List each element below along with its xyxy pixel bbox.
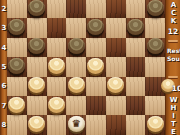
square-b8[interactable] (27, 115, 47, 134)
square-c4[interactable] (47, 38, 67, 57)
square-a7[interactable] (7, 96, 27, 115)
square-g6[interactable] (126, 77, 146, 96)
square-c3[interactable] (47, 18, 67, 37)
divider (168, 40, 178, 42)
square-d2[interactable] (66, 0, 86, 18)
square-f6[interactable] (106, 77, 126, 96)
square-f4[interactable] (106, 38, 126, 57)
square-c5[interactable] (47, 57, 67, 76)
square-d5[interactable] (66, 57, 86, 76)
square-h4[interactable] (145, 38, 165, 57)
square-e6[interactable] (86, 77, 106, 96)
square-b7[interactable] (27, 96, 47, 115)
row-label-8: 8 (1, 121, 7, 129)
square-b6[interactable] (27, 77, 47, 96)
black-man-b2[interactable] (28, 0, 45, 16)
square-a3[interactable] (7, 18, 27, 37)
vertical-letter: A (166, 1, 180, 9)
square-b2[interactable] (27, 0, 47, 18)
square-g7[interactable] (126, 96, 146, 115)
black-player-label: BLACK (166, 0, 180, 25)
row-label-2: 2 (1, 5, 7, 13)
square-b4[interactable] (27, 38, 47, 57)
white-player-label: WHITE (166, 96, 180, 135)
vertical-letter: E (166, 128, 180, 135)
vertical-letter: C (166, 9, 180, 17)
square-c8[interactable] (47, 115, 67, 134)
vertical-letter: K (166, 17, 180, 25)
square-e2[interactable] (86, 0, 106, 18)
square-a2[interactable] (7, 0, 27, 18)
white-man-f6[interactable] (107, 77, 124, 93)
square-h8[interactable] (145, 115, 165, 134)
square-f5[interactable] (106, 57, 126, 76)
square-d4[interactable] (66, 38, 86, 57)
square-c2[interactable] (47, 0, 67, 18)
square-f2[interactable] (106, 0, 126, 18)
square-e3[interactable] (86, 18, 106, 37)
square-d3[interactable] (66, 18, 86, 37)
square-d6[interactable] (66, 77, 86, 96)
vertical-letter: W (166, 96, 180, 104)
square-h7[interactable] (145, 96, 165, 115)
vertical-letter: T (166, 120, 180, 128)
square-b3[interactable] (27, 18, 47, 37)
square-g2[interactable] (126, 0, 146, 18)
vertical-letter: H (166, 104, 180, 112)
black-man-h4[interactable] (147, 38, 164, 54)
white-man-h8[interactable] (147, 116, 164, 132)
square-g8[interactable] (126, 115, 146, 134)
square-h3[interactable] (145, 18, 165, 37)
king-crown-icon: ♛ (68, 116, 85, 131)
square-g5[interactable] (126, 57, 146, 76)
black-man-e3[interactable] (87, 19, 104, 35)
white-man-b8[interactable] (28, 116, 45, 132)
vertical-letter: I (166, 112, 180, 120)
square-f7[interactable] (106, 96, 126, 115)
checkers-board: ♛ (7, 0, 165, 135)
white-man-d6[interactable] (68, 77, 85, 93)
row-label-4: 4 (1, 44, 7, 52)
divider (168, 76, 178, 78)
white-man-c7[interactable] (48, 97, 65, 113)
white-king-d8[interactable]: ♛ (68, 116, 85, 132)
square-f3[interactable] (106, 18, 126, 37)
sidebar: BLACK 12 Restart Sound 10 WHITE (165, 0, 180, 135)
square-a8[interactable] (7, 115, 27, 134)
sound-button[interactable]: Sound (167, 55, 180, 62)
square-h5[interactable] (145, 57, 165, 76)
square-a6[interactable] (7, 77, 27, 96)
square-g3[interactable] (126, 18, 146, 37)
row-label-6: 6 (1, 82, 7, 90)
white-man-a7[interactable] (8, 97, 25, 113)
square-a5[interactable] (7, 57, 27, 76)
black-man-g3[interactable] (127, 19, 144, 35)
white-man-e5[interactable] (87, 58, 104, 74)
square-a4[interactable] (7, 38, 27, 57)
square-h2[interactable] (145, 0, 165, 18)
white-man-c5[interactable] (48, 58, 65, 74)
square-c6[interactable] (47, 77, 67, 96)
square-b5[interactable] (27, 57, 47, 76)
black-man-a3[interactable] (8, 19, 25, 35)
square-f8[interactable] (106, 115, 126, 134)
white-man-b6[interactable] (28, 77, 45, 93)
black-man-d4[interactable] (68, 38, 85, 54)
square-e4[interactable] (86, 38, 106, 57)
square-c7[interactable] (47, 96, 67, 115)
square-e8[interactable] (86, 115, 106, 134)
row-label-3: 3 (1, 24, 7, 32)
white-piece-count: 10 (170, 84, 180, 93)
square-g4[interactable] (126, 38, 146, 57)
row-label-7: 7 (1, 102, 7, 110)
checkers-game-screen: { "game": "checkers", "position": { "not… (0, 0, 180, 135)
square-e7[interactable] (86, 96, 106, 115)
black-man-h2[interactable] (147, 0, 164, 16)
black-man-a5[interactable] (8, 58, 25, 74)
square-d7[interactable] (66, 96, 86, 115)
square-e5[interactable] (86, 57, 106, 76)
restart-button[interactable]: Restart (167, 47, 180, 54)
square-d8[interactable]: ♛ (66, 115, 86, 134)
black-man-b4[interactable] (28, 38, 45, 54)
row-label-5: 5 (1, 63, 7, 71)
board-frame-left: 12345678 (0, 0, 7, 135)
black-piece-count: 12 (166, 27, 180, 36)
